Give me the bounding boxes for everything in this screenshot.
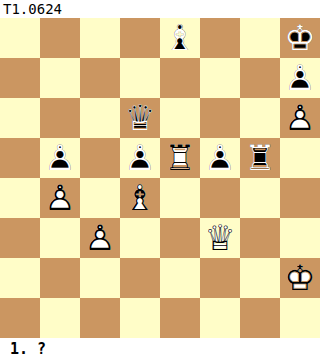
piece-outline-glyph: ♙ bbox=[80, 218, 120, 258]
square-h7[interactable]: ♟♙ bbox=[280, 58, 320, 98]
piece-fill-glyph: ♜ bbox=[240, 138, 280, 178]
square-a8[interactable] bbox=[0, 18, 40, 58]
square-d1[interactable] bbox=[120, 298, 160, 338]
piece-fill-glyph: ♚ bbox=[280, 18, 320, 58]
piece-fill-glyph: ♝ bbox=[160, 18, 200, 58]
square-e7[interactable] bbox=[160, 58, 200, 98]
piece-outline-glyph: ♙ bbox=[120, 138, 160, 178]
square-g1[interactable] bbox=[240, 298, 280, 338]
square-f1[interactable] bbox=[200, 298, 240, 338]
square-g5[interactable]: ♜♖ bbox=[240, 138, 280, 178]
square-e1[interactable] bbox=[160, 298, 200, 338]
square-h5[interactable] bbox=[280, 138, 320, 178]
square-g4[interactable] bbox=[240, 178, 280, 218]
piece-outline-glyph: ♙ bbox=[280, 58, 320, 98]
piece-black-king[interactable]: ♚♔ bbox=[280, 18, 320, 58]
square-c8[interactable] bbox=[80, 18, 120, 58]
diagram-title: T1.0624 bbox=[0, 0, 320, 18]
piece-fill-glyph: ♟ bbox=[40, 178, 80, 218]
square-g6[interactable] bbox=[240, 98, 280, 138]
square-b5[interactable]: ♟♙ bbox=[40, 138, 80, 178]
square-c5[interactable] bbox=[80, 138, 120, 178]
square-h6[interactable]: ♟♙ bbox=[280, 98, 320, 138]
square-f3[interactable]: ♛♕ bbox=[200, 218, 240, 258]
square-f6[interactable] bbox=[200, 98, 240, 138]
piece-outline-glyph: ♗ bbox=[120, 178, 160, 218]
square-b3[interactable] bbox=[40, 218, 80, 258]
piece-white-king[interactable]: ♚♔ bbox=[280, 258, 320, 298]
piece-fill-glyph: ♟ bbox=[80, 218, 120, 258]
square-f2[interactable] bbox=[200, 258, 240, 298]
piece-fill-glyph: ♟ bbox=[280, 58, 320, 98]
square-c2[interactable] bbox=[80, 258, 120, 298]
piece-fill-glyph: ♛ bbox=[120, 98, 160, 138]
square-b7[interactable] bbox=[40, 58, 80, 98]
square-e2[interactable] bbox=[160, 258, 200, 298]
square-b2[interactable] bbox=[40, 258, 80, 298]
square-c3[interactable]: ♟♙ bbox=[80, 218, 120, 258]
square-g8[interactable] bbox=[240, 18, 280, 58]
piece-white-rook[interactable]: ♜♖ bbox=[160, 138, 200, 178]
square-c4[interactable] bbox=[80, 178, 120, 218]
piece-black-bishop[interactable]: ♝♗ bbox=[160, 18, 200, 58]
square-b1[interactable] bbox=[40, 298, 80, 338]
chess-board: ♝♗♚♔♟♙♛♕♟♙♟♙♟♙♜♖♟♙♜♖♟♙♝♗♟♙♛♕♚♔ bbox=[0, 18, 320, 338]
square-a4[interactable] bbox=[0, 178, 40, 218]
piece-white-pawn[interactable]: ♟♙ bbox=[280, 98, 320, 138]
square-d6[interactable]: ♛♕ bbox=[120, 98, 160, 138]
square-c6[interactable] bbox=[80, 98, 120, 138]
square-a7[interactable] bbox=[0, 58, 40, 98]
piece-fill-glyph: ♟ bbox=[280, 98, 320, 138]
piece-outline-glyph: ♙ bbox=[40, 178, 80, 218]
square-h3[interactable] bbox=[280, 218, 320, 258]
piece-fill-glyph: ♟ bbox=[200, 138, 240, 178]
square-a6[interactable] bbox=[0, 98, 40, 138]
square-h4[interactable] bbox=[280, 178, 320, 218]
piece-white-pawn[interactable]: ♟♙ bbox=[80, 218, 120, 258]
square-a5[interactable] bbox=[0, 138, 40, 178]
square-c1[interactable] bbox=[80, 298, 120, 338]
piece-outline-glyph: ♙ bbox=[280, 98, 320, 138]
square-e5[interactable]: ♜♖ bbox=[160, 138, 200, 178]
square-e4[interactable] bbox=[160, 178, 200, 218]
piece-fill-glyph: ♚ bbox=[280, 258, 320, 298]
square-b4[interactable]: ♟♙ bbox=[40, 178, 80, 218]
piece-fill-glyph: ♛ bbox=[200, 218, 240, 258]
square-d7[interactable] bbox=[120, 58, 160, 98]
piece-fill-glyph: ♝ bbox=[120, 178, 160, 218]
piece-outline-glyph: ♖ bbox=[160, 138, 200, 178]
piece-outline-glyph: ♕ bbox=[200, 218, 240, 258]
square-h2[interactable]: ♚♔ bbox=[280, 258, 320, 298]
piece-fill-glyph: ♜ bbox=[160, 138, 200, 178]
square-a1[interactable] bbox=[0, 298, 40, 338]
square-h1[interactable] bbox=[280, 298, 320, 338]
square-f8[interactable] bbox=[200, 18, 240, 58]
square-d3[interactable] bbox=[120, 218, 160, 258]
square-f7[interactable] bbox=[200, 58, 240, 98]
square-g2[interactable] bbox=[240, 258, 280, 298]
piece-outline-glyph: ♗ bbox=[160, 18, 200, 58]
piece-black-queen[interactable]: ♛♕ bbox=[120, 98, 160, 138]
square-e3[interactable] bbox=[160, 218, 200, 258]
square-e6[interactable] bbox=[160, 98, 200, 138]
square-b8[interactable] bbox=[40, 18, 80, 58]
square-h8[interactable]: ♚♔ bbox=[280, 18, 320, 58]
piece-black-pawn[interactable]: ♟♙ bbox=[40, 138, 80, 178]
piece-black-pawn[interactable]: ♟♙ bbox=[200, 138, 240, 178]
piece-outline-glyph: ♙ bbox=[200, 138, 240, 178]
chess-diagram-page: T1.0624 ♝♗♚♔♟♙♛♕♟♙♟♙♟♙♜♖♟♙♜♖♟♙♝♗♟♙♛♕♚♔ 1… bbox=[0, 0, 320, 360]
square-f5[interactable]: ♟♙ bbox=[200, 138, 240, 178]
square-g7[interactable] bbox=[240, 58, 280, 98]
square-d5[interactable]: ♟♙ bbox=[120, 138, 160, 178]
square-a2[interactable] bbox=[0, 258, 40, 298]
piece-black-pawn[interactable]: ♟♙ bbox=[280, 58, 320, 98]
piece-fill-glyph: ♟ bbox=[120, 138, 160, 178]
piece-outline-glyph: ♖ bbox=[240, 138, 280, 178]
piece-outline-glyph: ♕ bbox=[120, 98, 160, 138]
piece-outline-glyph: ♙ bbox=[40, 138, 80, 178]
piece-outline-glyph: ♔ bbox=[280, 258, 320, 298]
square-d2[interactable] bbox=[120, 258, 160, 298]
square-b6[interactable] bbox=[40, 98, 80, 138]
square-d4[interactable]: ♝♗ bbox=[120, 178, 160, 218]
square-g3[interactable] bbox=[240, 218, 280, 258]
piece-outline-glyph: ♔ bbox=[280, 18, 320, 58]
move-prompt: 1. ? bbox=[0, 338, 320, 360]
square-e8[interactable]: ♝♗ bbox=[160, 18, 200, 58]
piece-black-rook[interactable]: ♜♖ bbox=[240, 138, 280, 178]
square-f4[interactable] bbox=[200, 178, 240, 218]
piece-white-queen[interactable]: ♛♕ bbox=[200, 218, 240, 258]
square-c7[interactable] bbox=[80, 58, 120, 98]
square-a3[interactable] bbox=[0, 218, 40, 258]
piece-fill-glyph: ♟ bbox=[40, 138, 80, 178]
square-d8[interactable] bbox=[120, 18, 160, 58]
piece-white-bishop[interactable]: ♝♗ bbox=[120, 178, 160, 218]
piece-white-pawn[interactable]: ♟♙ bbox=[40, 178, 80, 218]
piece-black-pawn[interactable]: ♟♙ bbox=[120, 138, 160, 178]
